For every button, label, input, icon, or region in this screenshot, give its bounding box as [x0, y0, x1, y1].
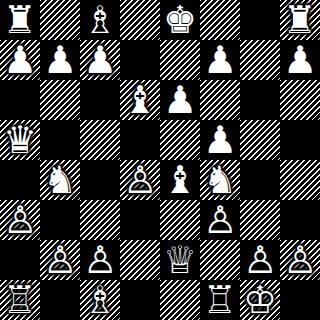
square-h6[interactable] — [280, 80, 320, 120]
square-d7[interactable] — [120, 40, 160, 80]
black-knight[interactable]: ♞ — [203, 160, 237, 200]
white-pawn[interactable]: ♙ — [83, 240, 117, 280]
white-pawn[interactable]: ♙ — [283, 240, 317, 280]
square-a7[interactable]: ♟ — [0, 40, 40, 80]
square-c7[interactable]: ♟ — [80, 40, 120, 80]
square-d8[interactable] — [120, 0, 160, 40]
square-b3[interactable] — [40, 200, 80, 240]
square-h1[interactable] — [280, 280, 320, 320]
square-c3[interactable] — [80, 200, 120, 240]
white-king[interactable]: ♔ — [243, 280, 277, 320]
white-pawn[interactable]: ♙ — [43, 240, 77, 280]
square-d6[interactable]: ♝ — [120, 80, 160, 120]
square-d5[interactable] — [120, 120, 160, 160]
square-e8[interactable]: ♚ — [160, 0, 200, 40]
square-f2[interactable] — [200, 240, 240, 280]
square-c6[interactable] — [80, 80, 120, 120]
square-e3[interactable] — [160, 200, 200, 240]
black-knight[interactable]: ♞ — [43, 160, 77, 200]
black-rook[interactable]: ♜ — [3, 0, 37, 40]
black-bishop[interactable]: ♝ — [123, 80, 157, 120]
square-g7[interactable] — [240, 40, 280, 80]
square-f5[interactable]: ♟ — [200, 120, 240, 160]
square-g6[interactable] — [240, 80, 280, 120]
square-g5[interactable] — [240, 120, 280, 160]
square-a2[interactable] — [0, 240, 40, 280]
white-bishop[interactable]: ♗ — [83, 0, 117, 40]
square-a4[interactable] — [0, 160, 40, 200]
white-bishop[interactable]: ♗ — [83, 280, 117, 320]
black-pawn[interactable]: ♟ — [163, 80, 197, 120]
square-g4[interactable] — [240, 160, 280, 200]
square-f8[interactable] — [200, 0, 240, 40]
black-pawn[interactable]: ♟ — [83, 40, 117, 80]
black-pawn[interactable]: ♟ — [283, 40, 317, 80]
square-e7[interactable] — [160, 40, 200, 80]
square-c5[interactable] — [80, 120, 120, 160]
square-g1[interactable]: ♔ — [240, 280, 280, 320]
square-b4[interactable]: ♞ — [40, 160, 80, 200]
black-bishop[interactable]: ♝ — [163, 160, 197, 200]
black-queen[interactable]: ♛ — [3, 120, 37, 160]
square-c2[interactable]: ♙ — [80, 240, 120, 280]
square-d3[interactable] — [120, 200, 160, 240]
square-f7[interactable]: ♟ — [200, 40, 240, 80]
square-f6[interactable] — [200, 80, 240, 120]
white-pawn[interactable]: ♙ — [243, 240, 277, 280]
square-h7[interactable]: ♟ — [280, 40, 320, 80]
square-f3[interactable]: ♙ — [200, 200, 240, 240]
square-b8[interactable] — [40, 0, 80, 40]
square-h8[interactable]: ♜ — [280, 0, 320, 40]
square-g2[interactable]: ♙ — [240, 240, 280, 280]
white-pawn[interactable]: ♙ — [203, 200, 237, 240]
square-d4[interactable]: ♙ — [120, 160, 160, 200]
black-pawn[interactable]: ♟ — [43, 40, 77, 80]
white-rook[interactable]: ♖ — [203, 280, 237, 320]
square-a8[interactable]: ♜ — [0, 0, 40, 40]
square-d1[interactable] — [120, 280, 160, 320]
square-e2[interactable]: ♕ — [160, 240, 200, 280]
square-h2[interactable]: ♙ — [280, 240, 320, 280]
square-c8[interactable]: ♗ — [80, 0, 120, 40]
square-h4[interactable] — [280, 160, 320, 200]
square-e1[interactable] — [160, 280, 200, 320]
square-e6[interactable]: ♟ — [160, 80, 200, 120]
square-f1[interactable]: ♖ — [200, 280, 240, 320]
square-e4[interactable]: ♝ — [160, 160, 200, 200]
square-d2[interactable] — [120, 240, 160, 280]
white-queen[interactable]: ♕ — [163, 240, 197, 280]
square-f4[interactable]: ♞ — [200, 160, 240, 200]
square-a1[interactable]: ♖ — [0, 280, 40, 320]
square-b1[interactable] — [40, 280, 80, 320]
square-b5[interactable] — [40, 120, 80, 160]
black-pawn[interactable]: ♟ — [203, 40, 237, 80]
square-a6[interactable] — [0, 80, 40, 120]
black-pawn[interactable]: ♟ — [3, 40, 37, 80]
square-g3[interactable] — [240, 200, 280, 240]
square-c4[interactable] — [80, 160, 120, 200]
white-pawn[interactable]: ♙ — [123, 160, 157, 200]
black-king[interactable]: ♚ — [163, 0, 197, 40]
black-rook[interactable]: ♜ — [283, 0, 317, 40]
square-h5[interactable] — [280, 120, 320, 160]
square-e5[interactable] — [160, 120, 200, 160]
square-b2[interactable]: ♙ — [40, 240, 80, 280]
square-a5[interactable]: ♛ — [0, 120, 40, 160]
square-g8[interactable] — [240, 0, 280, 40]
square-c1[interactable]: ♗ — [80, 280, 120, 320]
chess-board: ♜♗♚♜♟♟♟♟♟♝♟♛♟♞♙♝♞♙♙♙♙♕♙♙♖♗♖♔ — [0, 0, 320, 320]
square-h3[interactable] — [280, 200, 320, 240]
white-pawn[interactable]: ♙ — [3, 200, 37, 240]
square-a3[interactable]: ♙ — [0, 200, 40, 240]
black-pawn[interactable]: ♟ — [203, 120, 237, 160]
white-rook[interactable]: ♖ — [3, 280, 37, 320]
square-b7[interactable]: ♟ — [40, 40, 80, 80]
square-b6[interactable] — [40, 80, 80, 120]
